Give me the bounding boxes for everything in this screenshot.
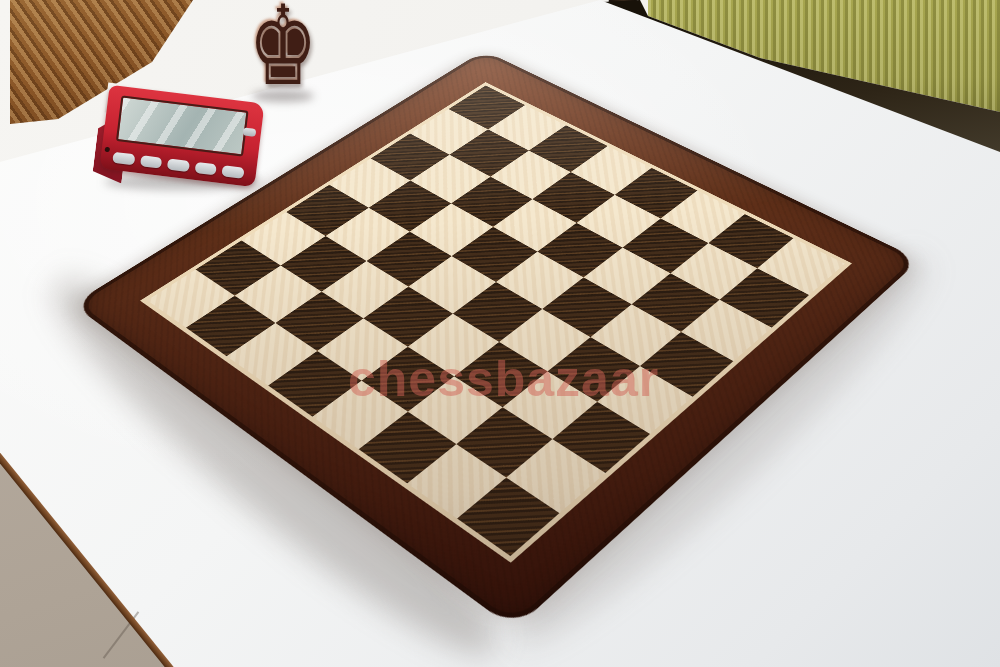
clock-power-button: [243, 127, 257, 137]
off-board-king: ♚: [238, 0, 328, 106]
clock-button-3: [167, 159, 190, 173]
photo-scene: ♚ chessbazaar: [0, 0, 1000, 667]
black-king-piece: ♚: [252, 0, 315, 98]
clock-jack-port: [104, 146, 110, 152]
clock-button-row: [112, 152, 244, 179]
clock-lcd-display: [116, 95, 249, 156]
clock-button-1: [112, 152, 135, 166]
clock-button-5: [222, 165, 245, 179]
clock-button-4: [194, 162, 217, 176]
clock-button-2: [140, 155, 163, 169]
